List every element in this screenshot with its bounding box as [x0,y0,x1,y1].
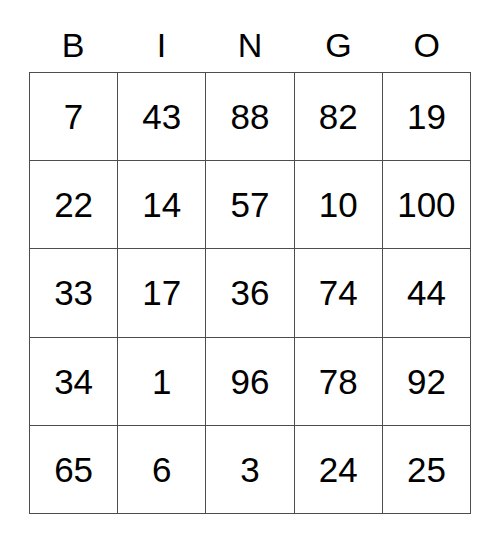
bingo-cell-r5c3[interactable]: 3 [206,426,294,514]
bingo-cell-r4c2[interactable]: 1 [118,338,206,426]
bingo-header: B I N G O [29,0,471,72]
bingo-cell-r5c2[interactable]: 6 [118,426,206,514]
bingo-cell-r2c5[interactable]: 100 [383,161,471,249]
bingo-grid: 7 43 88 82 19 22 14 57 10 100 33 17 36 7… [29,72,471,514]
bingo-cell-r3c5[interactable]: 44 [383,249,471,337]
bingo-cell-r3c3[interactable]: 36 [206,249,294,337]
bingo-cell-r3c2[interactable]: 17 [118,249,206,337]
header-letter-o: O [414,28,440,62]
header-letter-i: I [157,28,166,62]
bingo-cell-r3c4[interactable]: 74 [295,249,383,337]
bingo-cell-r1c3[interactable]: 88 [206,73,294,161]
bingo-cell-r4c5[interactable]: 92 [383,338,471,426]
header-letter-n: N [238,28,263,62]
bingo-cell-r2c4[interactable]: 10 [295,161,383,249]
bingo-card: B I N G O 7 43 88 82 19 22 14 57 10 100 … [0,0,500,544]
bingo-cell-r2c3[interactable]: 57 [206,161,294,249]
header-letter-g: G [325,28,351,62]
bingo-cell-r4c3[interactable]: 96 [206,338,294,426]
bingo-cell-r5c4[interactable]: 24 [295,426,383,514]
bingo-cell-r1c4[interactable]: 82 [295,73,383,161]
bingo-cell-r1c1[interactable]: 7 [30,73,118,161]
bingo-cell-r2c2[interactable]: 14 [118,161,206,249]
bingo-cell-r4c1[interactable]: 34 [30,338,118,426]
bingo-cell-r1c5[interactable]: 19 [383,73,471,161]
header-letter-b: B [62,28,85,62]
bingo-cell-r1c2[interactable]: 43 [118,73,206,161]
bingo-cell-r5c1[interactable]: 65 [30,426,118,514]
bingo-cell-r2c1[interactable]: 22 [30,161,118,249]
bingo-cell-r4c4[interactable]: 78 [295,338,383,426]
bingo-cell-r5c5[interactable]: 25 [383,426,471,514]
bingo-cell-r3c1[interactable]: 33 [30,249,118,337]
